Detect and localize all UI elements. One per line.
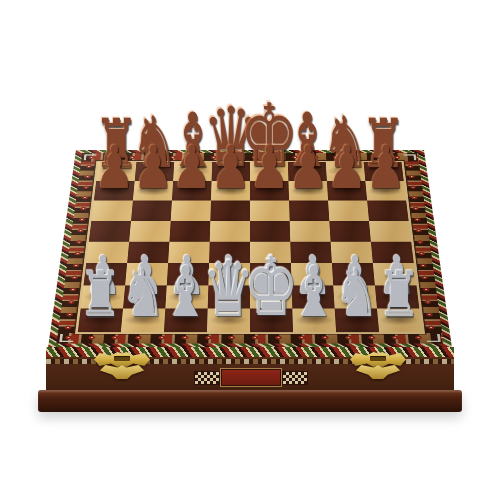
chess-board xyxy=(48,150,452,348)
square-h5 xyxy=(369,221,411,242)
square-g4 xyxy=(331,242,373,264)
mosaic-border-bottom xyxy=(56,332,443,343)
square-b3 xyxy=(125,263,168,285)
square-g5 xyxy=(329,221,371,242)
square-f3 xyxy=(291,263,333,285)
square-h4 xyxy=(371,242,414,264)
square-b4 xyxy=(127,242,169,264)
front-checker-inlay xyxy=(282,371,308,385)
pearl-corner-icon xyxy=(404,154,417,160)
square-g1 xyxy=(335,308,380,332)
square-d8 xyxy=(212,162,250,181)
square-b1 xyxy=(121,308,166,332)
front-red-inlay xyxy=(221,369,281,386)
square-e1 xyxy=(250,308,293,332)
square-h3 xyxy=(373,263,417,285)
board-squares xyxy=(78,162,422,332)
latch-slot xyxy=(370,356,386,361)
square-g8 xyxy=(326,162,366,181)
pearl-corner-icon xyxy=(84,154,97,160)
square-a6 xyxy=(91,201,133,221)
square-f4 xyxy=(290,242,332,264)
square-b6 xyxy=(131,201,172,221)
square-c2 xyxy=(165,285,208,308)
square-c5 xyxy=(169,221,210,242)
square-h6 xyxy=(367,201,409,221)
square-c7 xyxy=(172,181,212,201)
square-c3 xyxy=(167,263,209,285)
square-d3 xyxy=(208,263,250,285)
latch-slot xyxy=(114,356,130,361)
square-c1 xyxy=(164,308,208,332)
square-g2 xyxy=(333,285,377,308)
square-d6 xyxy=(210,201,250,221)
brass-latch-right xyxy=(350,351,406,381)
square-d2 xyxy=(208,285,250,308)
square-e6 xyxy=(250,201,290,221)
square-c6 xyxy=(171,201,211,221)
square-e5 xyxy=(250,221,290,242)
box-base-plinth xyxy=(38,390,462,412)
front-checker-inlay xyxy=(194,371,220,385)
brass-latch-left xyxy=(94,351,150,381)
square-b2 xyxy=(123,285,167,308)
square-a8 xyxy=(96,162,136,181)
square-c8 xyxy=(173,162,212,181)
square-a1 xyxy=(78,308,123,332)
square-e3 xyxy=(250,263,292,285)
square-g3 xyxy=(332,263,375,285)
square-b7 xyxy=(133,181,173,201)
square-d4 xyxy=(209,242,250,264)
square-b5 xyxy=(129,221,171,242)
square-a5 xyxy=(89,221,131,242)
square-g7 xyxy=(327,181,367,201)
square-f1 xyxy=(292,308,336,332)
pearl-corner-icon xyxy=(426,334,441,342)
square-e8 xyxy=(250,162,288,181)
square-f2 xyxy=(292,285,335,308)
square-c4 xyxy=(168,242,210,264)
mosaic-border-top xyxy=(81,153,419,162)
square-a7 xyxy=(94,181,135,201)
square-f8 xyxy=(288,162,327,181)
square-b8 xyxy=(135,162,175,181)
square-e4 xyxy=(250,242,291,264)
square-f5 xyxy=(290,221,331,242)
square-f6 xyxy=(289,201,329,221)
square-d7 xyxy=(211,181,250,201)
square-e7 xyxy=(250,181,289,201)
square-h2 xyxy=(375,285,419,308)
square-f7 xyxy=(288,181,328,201)
square-e2 xyxy=(250,285,292,308)
latch-hasp xyxy=(356,365,400,379)
square-d5 xyxy=(210,221,250,242)
square-g6 xyxy=(328,201,369,221)
chess-set-product-photo: ♜♞♝♛♚♝♞♜♟♟♟♟♟♟♟♟♟♟♟♟♟♟♟♟♜♞♝♛♚♝♞♜ xyxy=(0,0,500,500)
latch-hasp xyxy=(100,365,144,379)
square-a4 xyxy=(86,242,129,264)
square-d1 xyxy=(207,308,250,332)
square-h7 xyxy=(365,181,406,201)
box-front-drawer xyxy=(46,347,454,392)
pearl-corner-icon xyxy=(59,334,74,342)
square-a2 xyxy=(81,285,125,308)
square-h8 xyxy=(364,162,404,181)
square-a3 xyxy=(83,263,127,285)
square-h1 xyxy=(377,308,422,332)
